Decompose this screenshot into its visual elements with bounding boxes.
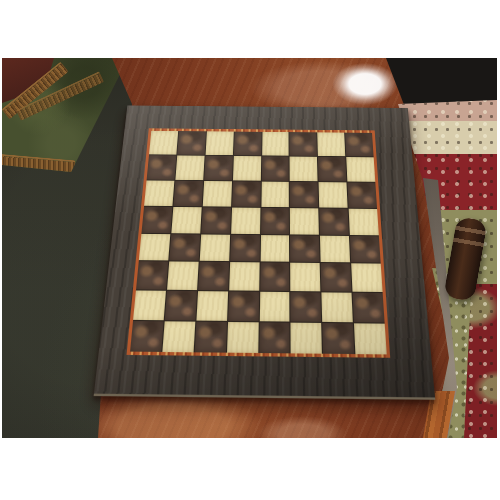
square-e6 — [261, 181, 289, 206]
square-a7 — [147, 155, 177, 180]
square-g1 — [322, 323, 354, 354]
square-g7 — [318, 157, 346, 182]
square-h7 — [346, 157, 375, 182]
square-b1 — [162, 321, 195, 352]
square-b6 — [173, 181, 203, 206]
square-d5 — [231, 207, 260, 233]
square-h5 — [349, 208, 379, 234]
square-e4 — [260, 235, 289, 262]
square-g2 — [322, 293, 353, 323]
square-c4 — [199, 234, 229, 261]
square-h2 — [353, 293, 385, 323]
square-a5 — [142, 206, 173, 232]
square-f1 — [291, 323, 322, 354]
square-e1 — [259, 322, 290, 353]
square-b4 — [169, 234, 200, 261]
square-c6 — [203, 181, 232, 206]
chessboard-inlay-border — [126, 128, 390, 357]
square-h4 — [350, 235, 381, 262]
square-e7 — [261, 156, 289, 181]
square-f2 — [291, 292, 322, 322]
square-b7 — [175, 155, 204, 180]
square-d4 — [230, 234, 260, 261]
square-c2 — [196, 291, 228, 321]
square-h6 — [348, 182, 377, 208]
square-c5 — [201, 207, 231, 233]
square-d8 — [234, 132, 262, 156]
square-h3 — [351, 264, 382, 293]
square-f7 — [290, 156, 318, 181]
square-e3 — [260, 263, 290, 292]
board-grid — [130, 131, 387, 355]
square-a4 — [139, 233, 170, 260]
square-d1 — [227, 322, 259, 353]
square-h8 — [345, 133, 373, 157]
square-c3 — [198, 262, 229, 291]
square-h1 — [354, 323, 387, 354]
square-g4 — [320, 235, 350, 262]
square-a8 — [149, 131, 178, 155]
square-f6 — [290, 182, 318, 207]
chessboard-frame — [94, 105, 436, 399]
square-c1 — [194, 322, 226, 353]
square-f5 — [290, 208, 319, 234]
square-d3 — [229, 262, 259, 291]
square-d6 — [232, 181, 261, 206]
square-b8 — [177, 131, 206, 155]
square-g5 — [319, 208, 348, 234]
square-e2 — [259, 292, 290, 322]
square-d7 — [233, 156, 261, 181]
photo-area — [2, 58, 497, 438]
square-a2 — [133, 291, 166, 321]
square-g3 — [321, 263, 352, 292]
square-f3 — [291, 263, 321, 292]
square-f4 — [290, 235, 320, 262]
square-a1 — [130, 321, 163, 352]
square-b2 — [165, 291, 197, 321]
square-g6 — [319, 182, 348, 208]
square-a6 — [144, 180, 174, 205]
square-c7 — [204, 156, 233, 181]
square-f8 — [290, 132, 317, 156]
square-g8 — [317, 132, 345, 156]
square-e8 — [262, 132, 289, 156]
square-e5 — [261, 207, 290, 233]
chessboard — [94, 105, 436, 399]
square-d2 — [228, 292, 259, 322]
square-a3 — [136, 262, 168, 290]
square-b3 — [167, 262, 198, 291]
square-b5 — [171, 207, 201, 233]
square-c8 — [205, 131, 233, 155]
